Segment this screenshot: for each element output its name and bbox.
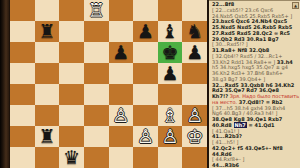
square-b4[interactable] (35, 84, 60, 105)
square-e3[interactable]: ♙ (109, 105, 134, 126)
black-piece-g5[interactable]: ♟ (162, 63, 179, 84)
square-h3[interactable]: ♙ (182, 105, 207, 126)
square-h2[interactable]: ♔ (182, 126, 207, 147)
square-f2[interactable]: ♙ (133, 126, 158, 147)
square-f4[interactable] (133, 84, 158, 105)
square-a6[interactable] (10, 42, 35, 63)
square-g2[interactable]: ♙ (158, 126, 183, 147)
square-c7[interactable] (59, 21, 84, 42)
square-c5[interactable] (59, 63, 84, 84)
square-g5[interactable]: ♟ (158, 63, 183, 84)
white-piece-h3[interactable]: ♙ (186, 105, 203, 126)
square-a2[interactable] (10, 126, 35, 147)
black-piece-g6[interactable]: ♚ (162, 42, 179, 63)
square-f5[interactable] (133, 63, 158, 84)
scroll-up-button[interactable]: ▲ (292, 2, 299, 9)
move-text: = 41.Qd1 (247, 122, 275, 128)
square-b7[interactable]: ♜ (35, 21, 60, 42)
square-f6[interactable] (133, 42, 158, 63)
square-h7[interactable]: ♞ (182, 21, 207, 42)
square-f8[interactable] (133, 0, 158, 21)
analysis-panel: 22...Bf8[ 22...cxb5!? 23.c6 Qxc624.Nxb5 … (209, 0, 300, 168)
white-piece-d8[interactable]: ♖ (88, 0, 105, 21)
square-h6[interactable]: ♟ (182, 42, 207, 63)
black-piece-c1[interactable]: ♛ (63, 147, 80, 168)
black-piece-b2[interactable]: ♜ (38, 126, 55, 147)
app-window: ♖♜♟♝♞♟♚♟♟♙♗♙♜♙♙♔♛ 22...Bf8[ 22...cxb5!? … (0, 0, 300, 168)
square-f7[interactable]: ♟ (133, 21, 158, 42)
square-f3[interactable] (133, 105, 158, 126)
square-d7[interactable] (84, 21, 109, 42)
chess-board[interactable]: ♖♜♟♝♞♟♚♟♟♙♗♙♜♙♙♔♛ (10, 0, 207, 168)
square-c6[interactable] (59, 42, 84, 63)
square-d2[interactable] (84, 126, 109, 147)
square-d5[interactable] (84, 63, 109, 84)
black-piece-h7[interactable]: ♞ (186, 21, 203, 42)
square-a1[interactable] (10, 147, 35, 168)
white-piece-e3[interactable]: ♙ (112, 105, 129, 126)
square-g4[interactable] (158, 84, 183, 105)
square-d6[interactable] (84, 42, 109, 63)
square-d4[interactable] (84, 84, 109, 105)
square-g3[interactable]: ♗ (158, 105, 183, 126)
square-h8[interactable] (182, 0, 207, 21)
square-c4[interactable] (59, 84, 84, 105)
square-c1[interactable]: ♛ (59, 147, 84, 168)
square-c8[interactable] (59, 0, 84, 21)
square-a5[interactable] (10, 63, 35, 84)
square-b6[interactable] (35, 42, 60, 63)
square-b8[interactable] (35, 0, 60, 21)
square-h1[interactable] (182, 147, 207, 168)
move-line-29: 44...R3b6 (212, 163, 298, 168)
white-piece-f2[interactable]: ♙ (137, 126, 154, 147)
square-f1[interactable] (133, 147, 158, 168)
move-list[interactable]: 22...Bf8[ 22...cxb5!? 23.c6 Qxc624.Nxb5 … (209, 1, 300, 168)
square-g1[interactable] (158, 147, 183, 168)
black-piece-e6[interactable]: ♟ (112, 42, 129, 63)
square-d1[interactable] (84, 147, 109, 168)
square-b2[interactable]: ♜ (35, 126, 60, 147)
square-b5[interactable] (35, 63, 60, 84)
square-g7[interactable]: ♝ (158, 21, 183, 42)
black-piece-b7[interactable]: ♜ (38, 21, 55, 42)
square-e8[interactable] (109, 0, 134, 21)
square-e6[interactable]: ♟ (109, 42, 134, 63)
square-e2[interactable] (109, 126, 134, 147)
square-a8[interactable] (10, 0, 35, 21)
white-piece-g2[interactable]: ♙ (162, 126, 179, 147)
square-h4[interactable] (182, 84, 207, 105)
square-e7[interactable] (109, 21, 134, 42)
square-d3[interactable] (84, 105, 109, 126)
square-d8[interactable]: ♖ (84, 0, 109, 21)
square-b1[interactable] (35, 147, 60, 168)
black-piece-f7[interactable]: ♟ (137, 21, 154, 42)
window-frame-left (0, 0, 10, 168)
white-piece-g3[interactable]: ♗ (162, 105, 179, 126)
black-piece-h6[interactable]: ♟ (186, 42, 203, 63)
square-e4[interactable] (109, 84, 134, 105)
black-piece-g7[interactable]: ♝ (162, 21, 179, 42)
square-a7[interactable] (10, 21, 35, 42)
square-g6[interactable]: ♚ (158, 42, 183, 63)
square-e5[interactable] (109, 63, 134, 84)
square-c2[interactable] (59, 126, 84, 147)
square-b3[interactable] (35, 105, 60, 126)
white-piece-h2[interactable]: ♔ (186, 126, 203, 147)
square-a3[interactable] (10, 105, 35, 126)
square-g8[interactable] (158, 0, 183, 21)
square-e1[interactable] (109, 147, 134, 168)
square-c3[interactable] (59, 105, 84, 126)
move-text: 44...R3b6 (212, 162, 239, 168)
square-a4[interactable] (10, 84, 35, 105)
scroll-up-icon: ▲ (294, 4, 297, 8)
square-h5[interactable] (182, 63, 207, 84)
